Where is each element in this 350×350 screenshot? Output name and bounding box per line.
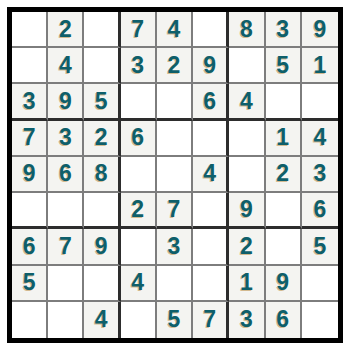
cell-r9c6[interactable]: 7 <box>193 302 229 338</box>
cell-r5c2[interactable]: 6 <box>48 157 84 193</box>
cell-r2c4[interactable]: 3 <box>121 48 157 84</box>
cell-r1c1[interactable] <box>12 12 48 48</box>
cell-r3c3[interactable]: 5 <box>84 84 120 120</box>
cell-r6c3[interactable] <box>84 193 120 229</box>
cell-r7c9[interactable]: 5 <box>302 229 338 265</box>
cell-r7c7[interactable]: 2 <box>229 229 265 265</box>
sudoku-board: 2748394329513956473261496842327966793255… <box>7 7 343 343</box>
cell-r8c9[interactable] <box>302 266 338 302</box>
cell-r7c8[interactable] <box>266 229 302 265</box>
cell-r4c1[interactable]: 7 <box>12 121 48 157</box>
cell-r6c6[interactable] <box>193 193 229 229</box>
cell-r3c8[interactable] <box>266 84 302 120</box>
cell-r9c1[interactable] <box>12 302 48 338</box>
cell-r2c8[interactable]: 5 <box>266 48 302 84</box>
cell-r1c4[interactable]: 7 <box>121 12 157 48</box>
cell-r4c8[interactable]: 1 <box>266 121 302 157</box>
cell-r9c9[interactable] <box>302 302 338 338</box>
cell-r8c5[interactable] <box>157 266 193 302</box>
cell-r3c1[interactable]: 3 <box>12 84 48 120</box>
cell-r6c5[interactable]: 7 <box>157 193 193 229</box>
cell-r6c2[interactable] <box>48 193 84 229</box>
cell-r1c8[interactable]: 3 <box>266 12 302 48</box>
cell-r9c8[interactable]: 6 <box>266 302 302 338</box>
cell-r2c5[interactable]: 2 <box>157 48 193 84</box>
cell-r3c2[interactable]: 9 <box>48 84 84 120</box>
cell-r2c1[interactable] <box>12 48 48 84</box>
cell-r4c2[interactable]: 3 <box>48 121 84 157</box>
cell-r5c8[interactable]: 2 <box>266 157 302 193</box>
cell-r3c9[interactable] <box>302 84 338 120</box>
cell-r7c2[interactable]: 7 <box>48 229 84 265</box>
cell-r9c5[interactable]: 5 <box>157 302 193 338</box>
cell-r2c3[interactable] <box>84 48 120 84</box>
cell-r6c7[interactable]: 9 <box>229 193 265 229</box>
cell-r9c4[interactable] <box>121 302 157 338</box>
cell-r8c4[interactable]: 4 <box>121 266 157 302</box>
cell-r5c6[interactable]: 4 <box>193 157 229 193</box>
cell-r8c6[interactable] <box>193 266 229 302</box>
cell-r1c5[interactable]: 4 <box>157 12 193 48</box>
cell-r6c1[interactable] <box>12 193 48 229</box>
cell-r2c6[interactable]: 9 <box>193 48 229 84</box>
cell-r4c6[interactable] <box>193 121 229 157</box>
cell-r3c5[interactable] <box>157 84 193 120</box>
cell-r4c7[interactable] <box>229 121 265 157</box>
cell-r3c4[interactable] <box>121 84 157 120</box>
cell-r9c3[interactable]: 4 <box>84 302 120 338</box>
cell-r8c3[interactable] <box>84 266 120 302</box>
cell-r5c7[interactable] <box>229 157 265 193</box>
cell-r1c7[interactable]: 8 <box>229 12 265 48</box>
cell-r6c4[interactable]: 2 <box>121 193 157 229</box>
cell-r4c4[interactable]: 6 <box>121 121 157 157</box>
cell-r3c7[interactable]: 4 <box>229 84 265 120</box>
cell-r6c9[interactable]: 6 <box>302 193 338 229</box>
cell-r5c1[interactable]: 9 <box>12 157 48 193</box>
cell-r8c2[interactable] <box>48 266 84 302</box>
cell-r5c4[interactable] <box>121 157 157 193</box>
cell-r1c3[interactable] <box>84 12 120 48</box>
cell-r5c9[interactable]: 3 <box>302 157 338 193</box>
cell-r3c6[interactable]: 6 <box>193 84 229 120</box>
cell-r7c6[interactable] <box>193 229 229 265</box>
cell-r9c7[interactable]: 3 <box>229 302 265 338</box>
cell-r8c7[interactable]: 1 <box>229 266 265 302</box>
cell-r4c3[interactable]: 2 <box>84 121 120 157</box>
cell-r4c9[interactable]: 4 <box>302 121 338 157</box>
cell-r7c4[interactable] <box>121 229 157 265</box>
cell-r8c1[interactable]: 5 <box>12 266 48 302</box>
cell-r9c2[interactable] <box>48 302 84 338</box>
cell-r7c3[interactable]: 9 <box>84 229 120 265</box>
sudoku-page: 2748394329513956473261496842327966793255… <box>0 0 350 350</box>
cell-r7c1[interactable]: 6 <box>12 229 48 265</box>
cell-r2c7[interactable] <box>229 48 265 84</box>
cell-r5c3[interactable]: 8 <box>84 157 120 193</box>
cell-r6c8[interactable] <box>266 193 302 229</box>
cell-r1c9[interactable]: 9 <box>302 12 338 48</box>
cell-r1c2[interactable]: 2 <box>48 12 84 48</box>
cell-r4c5[interactable] <box>157 121 193 157</box>
cell-r2c9[interactable]: 1 <box>302 48 338 84</box>
cell-r5c5[interactable] <box>157 157 193 193</box>
cell-r8c8[interactable]: 9 <box>266 266 302 302</box>
cell-r1c6[interactable] <box>193 12 229 48</box>
cell-r7c5[interactable]: 3 <box>157 229 193 265</box>
cell-r2c2[interactable]: 4 <box>48 48 84 84</box>
